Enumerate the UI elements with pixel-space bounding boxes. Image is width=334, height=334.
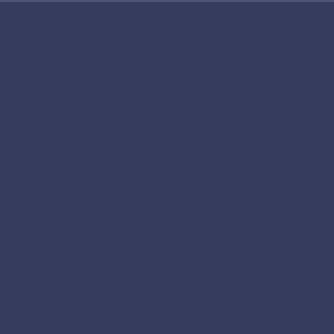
- chess-board: [10, 10, 323, 323]
- board-frame: [0, 0, 334, 334]
